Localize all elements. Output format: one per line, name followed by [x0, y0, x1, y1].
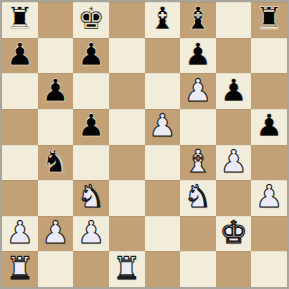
black-rook-a8[interactable]: ♜	[6, 3, 34, 36]
square-h4[interactable]	[251, 145, 287, 181]
black-rook-h8[interactable]: ♜	[255, 3, 283, 36]
square-a7[interactable]: ♟	[2, 38, 38, 74]
white-pawn-h3[interactable]: ♟	[255, 181, 283, 214]
chess-board: ♜♚♝♝♜♟♟♟♟♟♟♟♟♟♞♝♟♞♞♟♟♟♟♚♜♜	[0, 0, 289, 289]
square-e7[interactable]	[145, 38, 181, 74]
square-c1[interactable]	[73, 251, 109, 287]
square-f5[interactable]	[180, 109, 216, 145]
square-g4[interactable]: ♟	[216, 145, 252, 181]
square-e1[interactable]	[145, 251, 181, 287]
square-c5[interactable]: ♟	[73, 109, 109, 145]
square-h3[interactable]: ♟	[251, 180, 287, 216]
square-e2[interactable]	[145, 216, 181, 252]
white-rook-a1[interactable]: ♜	[6, 253, 34, 286]
square-b2[interactable]: ♟	[38, 216, 74, 252]
white-pawn-c2[interactable]: ♟	[77, 217, 105, 250]
square-f4[interactable]: ♝	[180, 145, 216, 181]
square-e6[interactable]	[145, 73, 181, 109]
square-c7[interactable]: ♟	[73, 38, 109, 74]
square-h8[interactable]: ♜	[251, 2, 287, 38]
square-h2[interactable]	[251, 216, 287, 252]
square-b1[interactable]	[38, 251, 74, 287]
square-f6[interactable]: ♟	[180, 73, 216, 109]
white-knight-f3[interactable]: ♞	[184, 181, 212, 214]
square-h6[interactable]	[251, 73, 287, 109]
square-h1[interactable]	[251, 251, 287, 287]
square-a2[interactable]: ♟	[2, 216, 38, 252]
square-d6[interactable]	[109, 73, 145, 109]
square-e4[interactable]	[145, 145, 181, 181]
square-c8[interactable]: ♚	[73, 2, 109, 38]
white-pawn-e5[interactable]: ♟	[148, 110, 176, 143]
square-d3[interactable]	[109, 180, 145, 216]
white-bishop-f4[interactable]: ♝	[184, 146, 212, 179]
square-c6[interactable]	[73, 73, 109, 109]
square-a5[interactable]	[2, 109, 38, 145]
chess-board-wrapper: ♜♚♝♝♜♟♟♟♟♟♟♟♟♟♞♝♟♞♞♟♟♟♟♚♜♜	[0, 0, 289, 289]
white-king-g2[interactable]: ♚	[220, 217, 248, 250]
white-pawn-f6[interactable]: ♟	[184, 75, 212, 108]
square-c2[interactable]: ♟	[73, 216, 109, 252]
square-b3[interactable]	[38, 180, 74, 216]
square-f2[interactable]	[180, 216, 216, 252]
square-a1[interactable]: ♜	[2, 251, 38, 287]
square-f3[interactable]: ♞	[180, 180, 216, 216]
square-d1[interactable]: ♜	[109, 251, 145, 287]
square-g5[interactable]	[216, 109, 252, 145]
square-c3[interactable]: ♞	[73, 180, 109, 216]
square-b6[interactable]: ♟	[38, 73, 74, 109]
black-knight-b4[interactable]: ♞	[42, 146, 70, 179]
square-d2[interactable]	[109, 216, 145, 252]
square-h7[interactable]	[251, 38, 287, 74]
square-g7[interactable]	[216, 38, 252, 74]
square-h5[interactable]: ♟	[251, 109, 287, 145]
square-g8[interactable]	[216, 2, 252, 38]
square-f1[interactable]	[180, 251, 216, 287]
square-d7[interactable]	[109, 38, 145, 74]
square-e3[interactable]	[145, 180, 181, 216]
white-rook-d1[interactable]: ♜	[113, 253, 141, 286]
square-b8[interactable]	[38, 2, 74, 38]
square-b5[interactable]	[38, 109, 74, 145]
square-g6[interactable]: ♟	[216, 73, 252, 109]
square-a6[interactable]	[2, 73, 38, 109]
square-f8[interactable]: ♝	[180, 2, 216, 38]
black-pawn-c7[interactable]: ♟	[77, 39, 105, 72]
white-knight-c3[interactable]: ♞	[77, 181, 105, 214]
square-g3[interactable]	[216, 180, 252, 216]
square-d8[interactable]	[109, 2, 145, 38]
square-b7[interactable]	[38, 38, 74, 74]
black-king-c8[interactable]: ♚	[77, 3, 105, 36]
square-b4[interactable]: ♞	[38, 145, 74, 181]
black-bishop-f8[interactable]: ♝	[184, 3, 212, 36]
black-pawn-c5[interactable]: ♟	[77, 110, 105, 143]
square-a3[interactable]	[2, 180, 38, 216]
square-e5[interactable]: ♟	[145, 109, 181, 145]
square-e8[interactable]: ♝	[145, 2, 181, 38]
black-pawn-g6[interactable]: ♟	[220, 75, 248, 108]
square-g2[interactable]: ♚	[216, 216, 252, 252]
black-bishop-e8[interactable]: ♝	[148, 3, 176, 36]
black-pawn-a7[interactable]: ♟	[6, 39, 34, 72]
white-pawn-b2[interactable]: ♟	[42, 217, 70, 250]
white-pawn-g4[interactable]: ♟	[220, 146, 248, 179]
square-a8[interactable]: ♜	[2, 2, 38, 38]
black-pawn-f7[interactable]: ♟	[184, 39, 212, 72]
square-f7[interactable]: ♟	[180, 38, 216, 74]
square-d4[interactable]	[109, 145, 145, 181]
black-pawn-h5[interactable]: ♟	[255, 110, 283, 143]
square-a4[interactable]	[2, 145, 38, 181]
square-g1[interactable]	[216, 251, 252, 287]
white-pawn-a2[interactable]: ♟	[6, 217, 34, 250]
square-c4[interactable]	[73, 145, 109, 181]
square-d5[interactable]	[109, 109, 145, 145]
black-pawn-b6[interactable]: ♟	[42, 75, 70, 108]
